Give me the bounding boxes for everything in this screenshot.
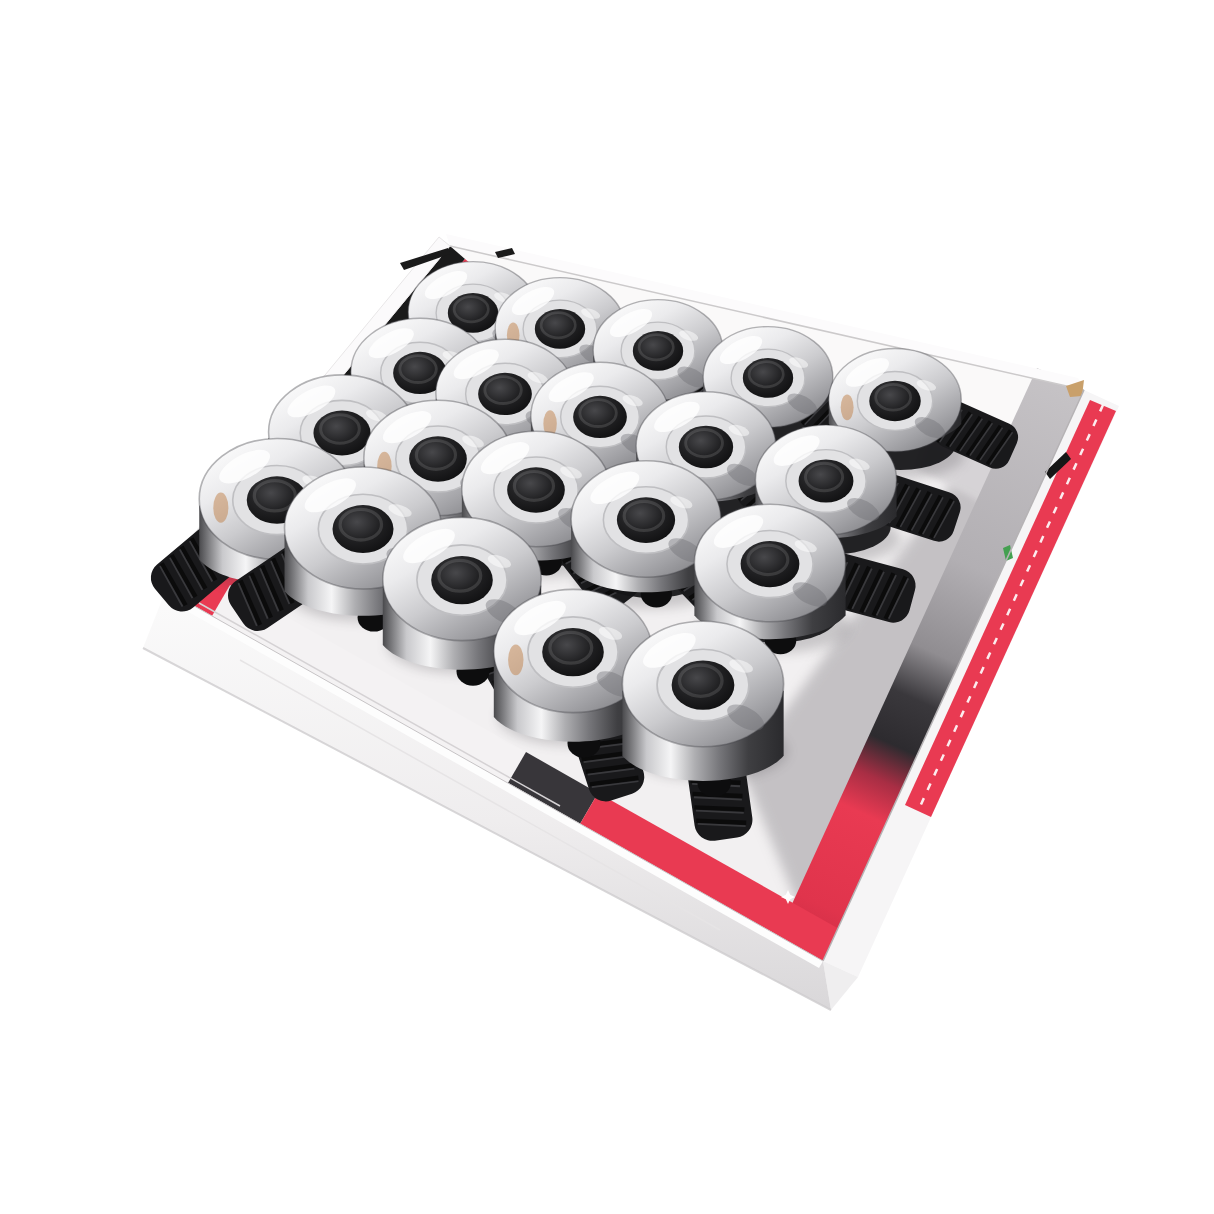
warm-reflection bbox=[213, 493, 228, 523]
warm-reflection bbox=[508, 644, 523, 675]
product-photo: Overhead product photo of an open white … bbox=[0, 0, 1214, 1214]
warm-reflection bbox=[841, 394, 854, 420]
scene-svg bbox=[0, 0, 1214, 1214]
